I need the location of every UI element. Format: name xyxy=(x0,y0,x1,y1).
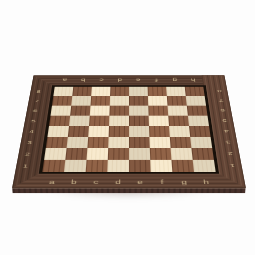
square-b1[interactable] xyxy=(64,160,87,172)
square-c7[interactable] xyxy=(90,96,110,106)
square-e4[interactable] xyxy=(129,126,149,137)
square-d3[interactable] xyxy=(108,137,129,148)
square-e7[interactable] xyxy=(129,96,148,106)
square-f1[interactable] xyxy=(150,160,172,172)
square-d7[interactable] xyxy=(110,96,129,106)
square-f8[interactable] xyxy=(148,87,167,96)
square-c5[interactable] xyxy=(89,116,109,126)
square-a7[interactable] xyxy=(52,96,72,106)
square-g7[interactable] xyxy=(167,96,187,106)
square-c8[interactable] xyxy=(91,87,110,96)
square-c3[interactable] xyxy=(87,137,108,148)
square-h5[interactable] xyxy=(188,116,209,126)
square-g4[interactable] xyxy=(169,126,190,137)
square-g1[interactable] xyxy=(171,160,194,172)
square-g2[interactable] xyxy=(171,148,193,160)
square-b3[interactable] xyxy=(67,137,89,148)
square-c6[interactable] xyxy=(90,106,110,116)
square-b7[interactable] xyxy=(71,96,91,106)
square-h3[interactable] xyxy=(190,137,212,148)
square-d4[interactable] xyxy=(109,126,129,137)
square-g3[interactable] xyxy=(170,137,192,148)
square-a8[interactable] xyxy=(53,87,73,96)
square-e8[interactable] xyxy=(129,87,148,96)
square-h1[interactable] xyxy=(193,160,216,172)
square-h8[interactable] xyxy=(185,87,205,96)
board-edge xyxy=(12,188,246,193)
square-b8[interactable] xyxy=(72,87,92,96)
square-f3[interactable] xyxy=(149,137,170,148)
square-e5[interactable] xyxy=(129,116,149,126)
square-a3[interactable] xyxy=(46,137,68,148)
square-f5[interactable] xyxy=(149,116,169,126)
square-e2[interactable] xyxy=(129,148,150,160)
square-c4[interactable] xyxy=(88,126,109,137)
square-b4[interactable] xyxy=(68,126,89,137)
board-frame-bottom xyxy=(12,172,246,188)
square-c2[interactable] xyxy=(87,148,109,160)
square-g6[interactable] xyxy=(168,106,188,116)
square-b6[interactable] xyxy=(70,106,90,116)
square-d1[interactable] xyxy=(107,160,129,172)
chessboard: abcdefgh abcdefgh 87654321 87654321 xyxy=(12,75,246,187)
square-g8[interactable] xyxy=(166,87,186,96)
square-e1[interactable] xyxy=(129,160,151,172)
square-b2[interactable] xyxy=(65,148,87,160)
square-a4[interactable] xyxy=(47,126,69,137)
square-a5[interactable] xyxy=(49,116,70,126)
square-c1[interactable] xyxy=(86,160,108,172)
chessboard-scene: abcdefgh abcdefgh 87654321 87654321 xyxy=(24,21,234,231)
square-h2[interactable] xyxy=(191,148,213,160)
board-squares xyxy=(42,87,215,172)
square-g5[interactable] xyxy=(168,116,189,126)
square-h7[interactable] xyxy=(186,96,206,106)
square-d5[interactable] xyxy=(109,116,129,126)
square-a2[interactable] xyxy=(44,148,66,160)
square-d6[interactable] xyxy=(109,106,129,116)
square-e3[interactable] xyxy=(129,137,150,148)
square-b5[interactable] xyxy=(69,116,90,126)
square-a1[interactable] xyxy=(42,160,65,172)
square-f2[interactable] xyxy=(150,148,172,160)
square-d8[interactable] xyxy=(110,87,129,96)
square-d2[interactable] xyxy=(108,148,129,160)
square-a6[interactable] xyxy=(51,106,72,116)
square-f6[interactable] xyxy=(148,106,168,116)
square-f4[interactable] xyxy=(149,126,170,137)
square-h4[interactable] xyxy=(189,126,211,137)
square-f7[interactable] xyxy=(148,96,168,106)
square-h6[interactable] xyxy=(187,106,208,116)
square-e6[interactable] xyxy=(129,106,149,116)
photo-background: abcdefgh abcdefgh 87654321 87654321 xyxy=(0,0,255,255)
board-inner-line xyxy=(39,85,219,174)
